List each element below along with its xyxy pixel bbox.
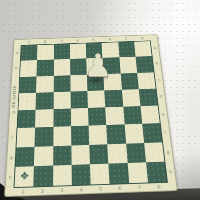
square-b3[interactable] bbox=[53, 59, 70, 75]
square-h4[interactable] bbox=[71, 164, 90, 185]
coordinate-label: 6 bbox=[110, 186, 130, 191]
square-b1[interactable] bbox=[20, 60, 37, 76]
square-g7[interactable] bbox=[126, 143, 146, 163]
square-f8[interactable] bbox=[142, 123, 162, 142]
square-d2[interactable] bbox=[36, 92, 54, 110]
square-g2[interactable] bbox=[34, 146, 53, 166]
square-d7[interactable] bbox=[121, 89, 140, 107]
coordinate-label: 8 bbox=[134, 36, 151, 40]
square-g1[interactable] bbox=[16, 146, 35, 166]
square-b8[interactable] bbox=[135, 56, 153, 72]
square-d8[interactable] bbox=[139, 88, 158, 106]
square-f1[interactable] bbox=[17, 128, 36, 147]
coordinate-label: 5 bbox=[86, 38, 102, 42]
coordinate-label: 3 bbox=[52, 188, 71, 193]
square-h7[interactable] bbox=[127, 162, 148, 183]
square-h5[interactable] bbox=[90, 163, 110, 184]
square-a8[interactable] bbox=[134, 41, 152, 57]
square-e1[interactable] bbox=[17, 110, 35, 129]
square-f3[interactable] bbox=[53, 126, 71, 145]
square-g6[interactable] bbox=[107, 143, 127, 163]
square-d1[interactable] bbox=[18, 93, 36, 111]
square-b2[interactable] bbox=[37, 60, 54, 76]
square-f4[interactable] bbox=[71, 126, 89, 145]
square-c7[interactable] bbox=[120, 73, 138, 90]
coordinate-label: 2 bbox=[37, 40, 53, 44]
square-c1[interactable] bbox=[19, 76, 37, 93]
square-e7[interactable] bbox=[123, 106, 142, 124]
coordinate-label: 8 bbox=[149, 185, 169, 190]
coordinate-label: 1 bbox=[13, 189, 33, 194]
square-b7[interactable] bbox=[119, 57, 137, 73]
square-a3[interactable] bbox=[54, 44, 70, 60]
square-d3[interactable] bbox=[53, 91, 70, 109]
square-c3[interactable] bbox=[53, 75, 70, 92]
square-c8[interactable] bbox=[137, 72, 156, 89]
square-a1[interactable] bbox=[21, 45, 38, 61]
coordinate-label: 4 bbox=[69, 38, 85, 42]
square-c2[interactable] bbox=[36, 76, 53, 93]
photo-scene: ❖ 12345678 12345678 abcdefgh abcdefgh © … bbox=[0, 0, 200, 200]
square-d4[interactable] bbox=[70, 91, 88, 109]
square-f5[interactable] bbox=[89, 125, 108, 144]
coordinate-label: 5 bbox=[91, 187, 111, 192]
board-logo-icon: ❖ bbox=[19, 171, 29, 181]
coordinate-label: 3 bbox=[53, 39, 69, 43]
square-e5[interactable] bbox=[88, 107, 106, 125]
square-e6[interactable] bbox=[105, 107, 124, 125]
square-h6[interactable] bbox=[109, 163, 129, 184]
square-f2[interactable] bbox=[35, 127, 53, 146]
square-g5[interactable] bbox=[89, 144, 108, 164]
square-a7[interactable] bbox=[118, 42, 136, 58]
coordinate-label: 7 bbox=[118, 37, 134, 41]
square-h3[interactable] bbox=[53, 165, 72, 186]
square-e2[interactable] bbox=[35, 109, 53, 128]
square-g3[interactable] bbox=[53, 145, 72, 165]
square-f6[interactable] bbox=[106, 125, 125, 144]
square-h2[interactable] bbox=[34, 165, 53, 186]
square-h1[interactable]: ❖ bbox=[15, 166, 35, 187]
square-g8[interactable] bbox=[144, 142, 165, 162]
square-f7[interactable] bbox=[124, 124, 144, 143]
coordinate-label: 2 bbox=[33, 189, 52, 194]
square-a2[interactable] bbox=[37, 45, 53, 61]
square-e3[interactable] bbox=[53, 109, 71, 128]
square-h8[interactable] bbox=[146, 161, 167, 182]
square-d6[interactable] bbox=[104, 90, 122, 108]
white-pawn[interactable]: ♟ bbox=[84, 50, 108, 81]
square-e8[interactable] bbox=[140, 105, 160, 123]
square-d5[interactable] bbox=[87, 90, 105, 108]
coordinate-label: 6 bbox=[102, 37, 118, 41]
coordinate-label: 1 bbox=[21, 40, 37, 44]
coordinate-label: 7 bbox=[129, 185, 149, 190]
coordinate-label: 4 bbox=[71, 187, 91, 192]
square-e4[interactable] bbox=[71, 108, 89, 127]
square-g4[interactable] bbox=[71, 145, 90, 165]
